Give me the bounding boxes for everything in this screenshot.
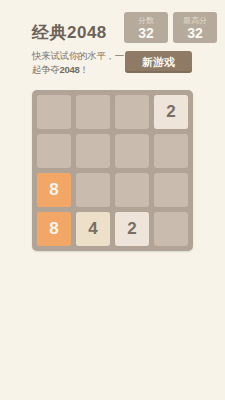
- tile-4: 4: [76, 212, 110, 246]
- score-panel: 分数 32 最高分 32: [124, 12, 217, 43]
- board-cell: 2: [115, 212, 149, 246]
- game-screen: 经典2048 分数 32 最高分 32 快来试试你的水平，一 起争夺2048！ …: [0, 0, 225, 400]
- best-score-label: 最高分: [183, 16, 207, 26]
- intro-line1: 快来试试你的水平，一: [32, 49, 124, 63]
- board-cell: [37, 95, 71, 129]
- board-cell: 4: [76, 212, 110, 246]
- board-cell: [76, 134, 110, 168]
- intro-line2: 起争夺2048！: [32, 63, 124, 77]
- score-label: 分数: [138, 16, 154, 26]
- board-cell: [115, 173, 149, 207]
- page-title: 经典2048: [32, 21, 107, 44]
- board-cell: [154, 173, 188, 207]
- score-value: 32: [138, 26, 154, 41]
- board-cell: [154, 212, 188, 246]
- board-cell: [115, 134, 149, 168]
- board-cell: 8: [37, 173, 71, 207]
- intro-text: 快来试试你的水平，一 起争夺2048！: [32, 49, 124, 77]
- best-score-box: 最高分 32: [173, 12, 217, 43]
- board-cell: [154, 134, 188, 168]
- tile-8: 8: [37, 212, 71, 246]
- board-cell: [76, 173, 110, 207]
- tile-2: 2: [154, 95, 188, 129]
- tile-2: 2: [115, 212, 149, 246]
- best-score-value: 32: [187, 26, 203, 41]
- board-cell: [37, 134, 71, 168]
- board-cell: 2: [154, 95, 188, 129]
- tile-8: 8: [37, 173, 71, 207]
- board-cell: [76, 95, 110, 129]
- board[interactable]: 28842: [32, 90, 193, 251]
- new-game-button[interactable]: 新游戏: [125, 51, 192, 73]
- board-cell: [115, 95, 149, 129]
- score-box: 分数 32: [124, 12, 168, 43]
- board-cell: 8: [37, 212, 71, 246]
